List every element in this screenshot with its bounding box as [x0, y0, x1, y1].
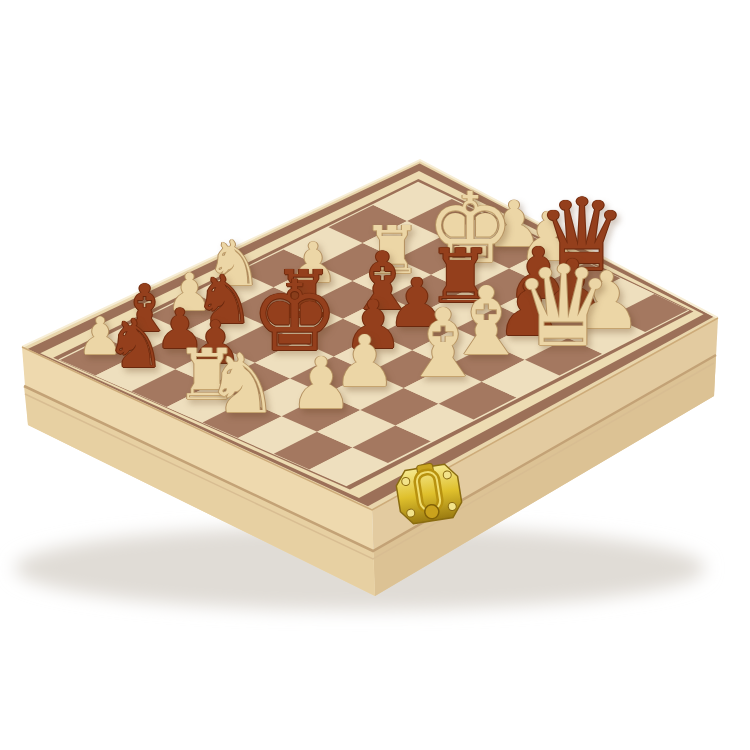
piece-white-queen-f1[interactable]: ♛	[514, 251, 614, 363]
piece-white-knight-a4[interactable]: ♞	[205, 343, 278, 425]
piece-white-bishop-d2[interactable]: ♝	[400, 296, 485, 391]
chess-set-product-photo: ♟♝♟♞♞♟♞♟♟♜♜♜♚♝♚♟♞♟♟♜♟♟♟♟♛♝♝♟♟♛♟	[0, 0, 750, 750]
piece-white-pawn-b3[interactable]: ♟	[289, 348, 353, 419]
piece-black-knight-a7[interactable]: ♞	[105, 311, 166, 379]
